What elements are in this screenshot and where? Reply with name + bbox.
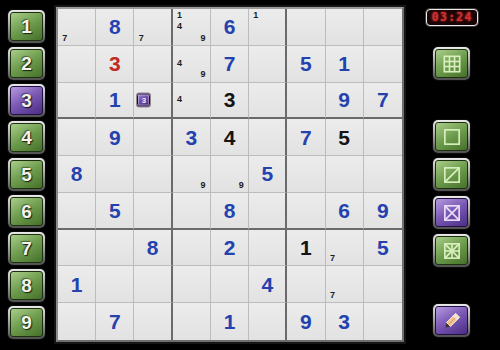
cell-r5c3[interactable] — [134, 156, 172, 193]
number-button-label: 9 — [21, 313, 32, 332]
cell-r2c7[interactable]: 5 — [287, 46, 325, 83]
cell-r6c1[interactable] — [58, 193, 96, 230]
cross-button[interactable] — [433, 196, 470, 229]
pencil-marks: 1 — [250, 10, 284, 44]
cell-r6c9[interactable]: 9 — [364, 193, 402, 230]
cell-r1c1[interactable]: 7 — [58, 9, 96, 46]
cell-r9c2[interactable]: 7 — [96, 303, 134, 340]
number-button-label: 7 — [21, 239, 32, 258]
pencil-mark: 1 — [250, 10, 261, 21]
pencil-mark: 9 — [197, 33, 209, 44]
cell-value: 1 — [338, 53, 350, 74]
cell-r9c5[interactable]: 1 — [211, 303, 249, 340]
number-button-label: 4 — [21, 128, 32, 147]
sudoku-board: 7871496134975113439793475899558698217514… — [56, 7, 404, 342]
grid-button[interactable] — [433, 47, 470, 80]
cell-r7c9[interactable]: 5 — [364, 230, 402, 267]
cell-value: 3 — [109, 53, 121, 74]
cell-r8c4[interactable] — [173, 266, 211, 303]
asterisk-button[interactable] — [433, 234, 470, 267]
cell-r9c6[interactable] — [249, 303, 287, 340]
cell-r2c4[interactable]: 49 — [173, 46, 211, 83]
cell-r2c3[interactable] — [134, 46, 172, 83]
cell-r8c5[interactable] — [211, 266, 249, 303]
pencil-button[interactable] — [433, 304, 470, 337]
cell-value: 7 — [300, 127, 312, 148]
pencil-mark: 1 — [174, 10, 186, 21]
cell-r3c1[interactable] — [58, 83, 96, 120]
cell-value: 9 — [338, 89, 350, 110]
cell-r8c8[interactable]: 7 — [326, 266, 364, 303]
cell-r8c1[interactable]: 1 — [58, 266, 96, 303]
cell-r8c9[interactable] — [364, 266, 402, 303]
cell-value: 8 — [109, 16, 121, 37]
pencil-mark: 4 — [174, 21, 186, 32]
x-icon — [435, 198, 468, 227]
cell-value: 3 — [338, 311, 350, 332]
cell-r7c1[interactable] — [58, 230, 96, 267]
cell-r1c2[interactable]: 8 — [96, 9, 134, 46]
cell-r7c3[interactable]: 8 — [134, 230, 172, 267]
cell-value: 5 — [338, 127, 350, 148]
number-button-face: 8 — [10, 271, 43, 300]
cell-r8c3[interactable] — [134, 266, 172, 303]
cell-r8c6[interactable]: 4 — [249, 266, 287, 303]
cell-r2c1[interactable] — [58, 46, 96, 83]
cell-r5c7[interactable] — [287, 156, 325, 193]
pencil-mark: 4 — [174, 58, 186, 69]
number-button-8[interactable]: 8 — [8, 269, 45, 302]
cell-value: 5 — [377, 237, 389, 258]
cell-value: 8 — [71, 163, 83, 184]
cell-value: 9 — [300, 311, 312, 332]
cell-value: 5 — [109, 200, 121, 221]
cell-r1c3[interactable]: 7 — [134, 9, 172, 46]
cell-r7c5[interactable]: 2 — [211, 230, 249, 267]
cell-r9c7[interactable]: 9 — [287, 303, 325, 340]
cell-r6c4[interactable] — [173, 193, 211, 230]
number-button-face: 6 — [10, 197, 43, 226]
cell-value: 5 — [261, 163, 273, 184]
cell-r4c8[interactable]: 5 — [326, 119, 364, 156]
cell-r2c6[interactable] — [249, 46, 287, 83]
square-button[interactable] — [433, 120, 470, 153]
cell-r2c5[interactable]: 7 — [211, 46, 249, 83]
pencil-marks: 7 — [135, 10, 169, 44]
cell-value: 9 — [109, 127, 121, 148]
diagonal-icon — [435, 160, 468, 189]
number-button-face: 5 — [10, 160, 43, 189]
cell-r6c3[interactable] — [134, 193, 172, 230]
selected-number-badge: 3 — [137, 93, 150, 106]
number-button-5[interactable]: 5 — [8, 158, 45, 191]
cell-r3c8[interactable]: 9 — [326, 83, 364, 120]
number-button-label: 3 — [21, 91, 32, 110]
pencil-marks: 7 — [327, 231, 362, 265]
pencil-marks: 49 — [174, 47, 209, 81]
cell-r1c8[interactable] — [326, 9, 364, 46]
cell-r1c7[interactable] — [287, 9, 325, 46]
cell-value: 6 — [338, 200, 350, 221]
number-button-face: 7 — [10, 234, 43, 263]
cell-r1c9[interactable] — [364, 9, 402, 46]
pencil-marks: 7 — [327, 267, 362, 301]
diagonal-button[interactable] — [433, 158, 470, 191]
number-button-label: 2 — [21, 54, 32, 73]
cell-r4c5[interactable]: 4 — [211, 119, 249, 156]
cell-r3c2[interactable]: 1 — [96, 83, 134, 120]
cell-r5c9[interactable] — [364, 156, 402, 193]
pencil-marks: 4 — [174, 84, 209, 117]
number-button-7[interactable]: 7 — [8, 232, 45, 265]
cell-r4c9[interactable] — [364, 119, 402, 156]
cell-value: 9 — [377, 200, 389, 221]
cell-r6c7[interactable] — [287, 193, 325, 230]
number-pad: 123456789 — [8, 10, 45, 339]
cell-r4c3[interactable] — [134, 119, 172, 156]
cell-r8c7[interactable] — [287, 266, 325, 303]
cell-r2c2[interactable]: 3 — [96, 46, 134, 83]
cell-r5c1[interactable]: 8 — [58, 156, 96, 193]
number-button-6[interactable]: 6 — [8, 195, 45, 228]
cell-value: 8 — [224, 200, 236, 221]
cell-r7c4[interactable] — [173, 230, 211, 267]
cell-r4c6[interactable] — [249, 119, 287, 156]
number-button-3[interactable]: 3 — [8, 84, 45, 117]
cell-r9c4[interactable] — [173, 303, 211, 340]
pencil-marks: 9 — [174, 157, 209, 191]
number-button-9[interactable]: 9 — [8, 306, 45, 339]
square-icon — [435, 122, 468, 151]
cell-r3c7[interactable] — [287, 83, 325, 120]
number-button-label: 5 — [21, 165, 32, 184]
pencil-marks: 149 — [174, 10, 209, 44]
cell-r7c6[interactable] — [249, 230, 287, 267]
cell-r3c5[interactable]: 3 — [211, 83, 249, 120]
pencil-mark: 4 — [174, 94, 186, 105]
pencil-marks: 7 — [59, 10, 94, 44]
pencil-icon — [435, 306, 468, 335]
cell-r5c8[interactable] — [326, 156, 364, 193]
cell-value: 3 — [224, 89, 236, 110]
cell-r6c8[interactable]: 6 — [326, 193, 364, 230]
cell-value: 5 — [300, 53, 312, 74]
cell-r6c5[interactable]: 8 — [211, 193, 249, 230]
cell-r3c4[interactable]: 4 — [173, 83, 211, 120]
cell-r4c1[interactable] — [58, 119, 96, 156]
number-button-2[interactable]: 2 — [8, 47, 45, 80]
number-button-label: 8 — [21, 276, 32, 295]
cell-r4c7[interactable]: 7 — [287, 119, 325, 156]
cell-r5c4[interactable]: 9 — [173, 156, 211, 193]
pencil-mark: 7 — [59, 33, 71, 44]
cell-value: 8 — [147, 237, 159, 258]
number-button-face: 9 — [10, 308, 43, 337]
number-button-face: 1 — [10, 12, 43, 41]
pencil-mark: 9 — [235, 180, 247, 191]
cell-r4c2[interactable]: 9 — [96, 119, 134, 156]
pencil-marks: 9 — [212, 157, 247, 191]
number-button-1[interactable]: 1 — [8, 10, 45, 43]
pencil-mark: 7 — [135, 33, 146, 44]
cell-r9c9[interactable] — [364, 303, 402, 340]
cell-r1c4[interactable]: 149 — [173, 9, 211, 46]
cell-r1c5[interactable]: 6 — [211, 9, 249, 46]
cell-r9c1[interactable] — [58, 303, 96, 340]
cell-r5c2[interactable] — [96, 156, 134, 193]
pencil-mark: 7 — [327, 290, 339, 301]
cell-value: 1 — [109, 89, 121, 110]
cell-value: 4 — [261, 274, 273, 295]
cell-r3c3[interactable]: 3 — [134, 83, 172, 120]
cell-r7c8[interactable]: 7 — [326, 230, 364, 267]
grid-icon — [435, 49, 468, 78]
number-button-label: 6 — [21, 202, 32, 221]
cell-r6c2[interactable]: 5 — [96, 193, 134, 230]
cell-value: 1 — [300, 237, 312, 258]
cell-value: 1 — [224, 311, 236, 332]
cell-value: 1 — [71, 274, 83, 295]
cell-value: 6 — [224, 16, 236, 37]
cell-r7c2[interactable] — [96, 230, 134, 267]
pencil-mark: 7 — [327, 253, 339, 264]
cell-r3c6[interactable] — [249, 83, 287, 120]
number-button-face: 2 — [10, 49, 43, 78]
pencil-mark: 9 — [197, 180, 209, 191]
number-button-face: 3 — [10, 86, 43, 115]
cell-r6c6[interactable] — [249, 193, 287, 230]
asterisk-icon — [435, 236, 468, 265]
cell-value: 4 — [224, 127, 236, 148]
cell-r2c8[interactable]: 1 — [326, 46, 364, 83]
cell-value: 2 — [224, 237, 236, 258]
cell-r8c2[interactable] — [96, 266, 134, 303]
cell-r3c9[interactable]: 7 — [364, 83, 402, 120]
timer: 03:24 — [426, 9, 478, 26]
cell-r9c3[interactable] — [134, 303, 172, 340]
number-button-4[interactable]: 4 — [8, 121, 45, 154]
number-button-label: 1 — [21, 17, 32, 36]
cell-r1c6[interactable]: 1 — [249, 9, 287, 46]
cell-r4c4[interactable]: 3 — [173, 119, 211, 156]
cell-r9c8[interactable]: 3 — [326, 303, 364, 340]
cell-value: 7 — [109, 311, 121, 332]
cell-r7c7[interactable]: 1 — [287, 230, 325, 267]
number-button-face: 4 — [10, 123, 43, 152]
cell-r5c6[interactable]: 5 — [249, 156, 287, 193]
cell-r5c5[interactable]: 9 — [211, 156, 249, 193]
cell-value: 3 — [185, 127, 197, 148]
cell-value: 7 — [224, 53, 236, 74]
cell-r2c9[interactable] — [364, 46, 402, 83]
pencil-mark: 9 — [197, 69, 209, 80]
cell-value: 7 — [377, 89, 389, 110]
